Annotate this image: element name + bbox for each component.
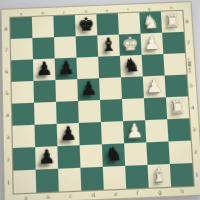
square-e7[interactable]: ♝ xyxy=(97,35,120,57)
piece-white-pawn[interactable]: ♟ xyxy=(123,118,146,143)
square-e2[interactable]: ♞ xyxy=(102,143,125,166)
coord-label: 8 xyxy=(5,26,8,32)
piece-white-pawn[interactable]: ♟ xyxy=(140,31,163,55)
square-d2[interactable] xyxy=(80,144,103,167)
square-f5[interactable] xyxy=(121,76,144,99)
board-wrap: abcdefgh 87654321 ♚♞♜♝♚♟♟♟♞♟♟♜♟♟♟♞♝♞ che… xyxy=(0,1,200,200)
square-c2[interactable] xyxy=(57,145,80,168)
square-h1[interactable]: ♞ xyxy=(170,163,194,187)
square-a4[interactable] xyxy=(12,103,35,126)
square-c8[interactable] xyxy=(53,15,75,37)
piece-black-pawn[interactable]: ♟ xyxy=(55,55,78,80)
piece-black-knight[interactable]: ♞ xyxy=(120,53,143,78)
piece-black-pawn[interactable]: ♟ xyxy=(33,56,55,81)
coord-label: h xyxy=(181,188,185,194)
piece-black-pawn[interactable]: ♟ xyxy=(77,76,100,101)
square-e5[interactable] xyxy=(99,77,122,100)
coord-label: a xyxy=(24,194,27,200)
square-a5[interactable] xyxy=(12,81,34,104)
coord-label: e xyxy=(114,191,117,197)
piece-white-rook[interactable]: ♜ xyxy=(161,9,184,33)
square-f2[interactable] xyxy=(124,142,147,165)
square-d1[interactable] xyxy=(80,167,103,191)
square-h8[interactable]: ♜ xyxy=(161,11,184,33)
coord-label: d xyxy=(91,191,94,197)
coord-label: c xyxy=(69,192,72,198)
square-h4[interactable]: ♜ xyxy=(166,96,189,119)
square-g4[interactable] xyxy=(144,97,167,120)
coord-label: 3 xyxy=(193,126,197,132)
piece-black-pawn[interactable]: ♟ xyxy=(57,121,80,146)
square-a8[interactable] xyxy=(10,17,32,39)
square-g3[interactable] xyxy=(145,119,168,142)
square-e4[interactable] xyxy=(100,99,123,122)
square-b5[interactable] xyxy=(33,80,56,103)
coord-label: c xyxy=(63,9,65,14)
coord-label: e xyxy=(106,7,109,12)
chess-board: abcdefgh 87654321 ♚♞♜♝♚♟♟♟♞♟♟♜♟♟♟♞♝♞ che… xyxy=(0,1,200,200)
coord-label: 8 xyxy=(186,18,189,24)
square-d4[interactable] xyxy=(78,100,101,123)
coord-label: 6 xyxy=(5,68,8,74)
piece-black-knight[interactable]: ♞ xyxy=(102,141,125,167)
square-e6[interactable] xyxy=(98,56,121,78)
square-g1[interactable]: ♝ xyxy=(148,164,172,188)
piece-white-bishop[interactable]: ♝ xyxy=(147,162,171,188)
coord-label: 1 xyxy=(7,179,10,185)
coord-label: 7 xyxy=(5,47,8,53)
coord-label: b xyxy=(46,193,49,199)
square-g7[interactable]: ♟ xyxy=(140,33,163,55)
square-h2[interactable] xyxy=(169,141,193,164)
piece-black-bishop[interactable]: ♝ xyxy=(97,32,120,56)
piece-black-king[interactable]: ♚ xyxy=(75,12,97,36)
coord-label: a xyxy=(20,11,22,16)
square-c6[interactable]: ♟ xyxy=(55,58,78,80)
square-d5[interactable]: ♟ xyxy=(77,78,100,101)
square-b6[interactable]: ♟ xyxy=(33,58,55,80)
square-a7[interactable] xyxy=(11,38,33,60)
coord-label: f xyxy=(128,6,130,11)
coord-label: 2 xyxy=(7,156,10,162)
piece-black-pawn[interactable]: ♟ xyxy=(35,144,58,170)
square-f1[interactable] xyxy=(125,165,149,189)
square-f6[interactable]: ♞ xyxy=(120,55,143,77)
square-d8[interactable]: ♚ xyxy=(75,14,97,36)
square-a6[interactable] xyxy=(11,59,33,81)
square-e1[interactable] xyxy=(103,166,126,190)
square-a1[interactable] xyxy=(13,170,36,194)
coord-label: 1 xyxy=(196,171,200,177)
square-g5[interactable]: ♟ xyxy=(143,76,166,99)
coord-label: 4 xyxy=(191,104,195,110)
coord-label: g xyxy=(158,189,162,195)
square-b8[interactable] xyxy=(32,16,54,38)
square-c1[interactable] xyxy=(58,168,81,192)
board-grid: ♚♞♜♝♚♟♟♟♞♟♟♜♟♟♟♞♝♞ xyxy=(10,11,193,194)
square-d7[interactable] xyxy=(76,35,99,57)
square-b4[interactable] xyxy=(34,102,57,125)
coord-label: 5 xyxy=(6,90,9,96)
square-b1[interactable] xyxy=(36,169,59,193)
coord-label: f xyxy=(137,190,139,196)
square-c5[interactable] xyxy=(55,79,78,102)
square-a2[interactable] xyxy=(13,147,36,171)
square-f3[interactable]: ♟ xyxy=(123,120,146,143)
coord-label: 4 xyxy=(6,112,9,118)
square-h7[interactable] xyxy=(162,32,185,54)
piece-white-pawn[interactable]: ♟ xyxy=(143,73,166,98)
coord-label: 5 xyxy=(190,82,194,88)
coord-label: 2 xyxy=(194,148,198,154)
knight-diamond-logo: ♞ xyxy=(172,165,193,186)
square-h3[interactable] xyxy=(167,118,191,141)
square-h6[interactable] xyxy=(163,53,186,75)
coord-label: b xyxy=(41,10,44,15)
piece-white-rook[interactable]: ♜ xyxy=(166,94,189,119)
square-d3[interactable] xyxy=(79,122,102,145)
coord-label: 7 xyxy=(187,39,190,45)
square-b2[interactable]: ♟ xyxy=(35,146,58,169)
square-c3[interactable]: ♟ xyxy=(57,123,80,146)
square-a3[interactable] xyxy=(12,125,35,148)
photo-background: abcdefgh 87654321 ♚♞♜♝♚♟♟♟♞♟♟♜♟♟♟♞♝♞ che… xyxy=(0,0,200,200)
coord-label: 3 xyxy=(7,134,10,140)
